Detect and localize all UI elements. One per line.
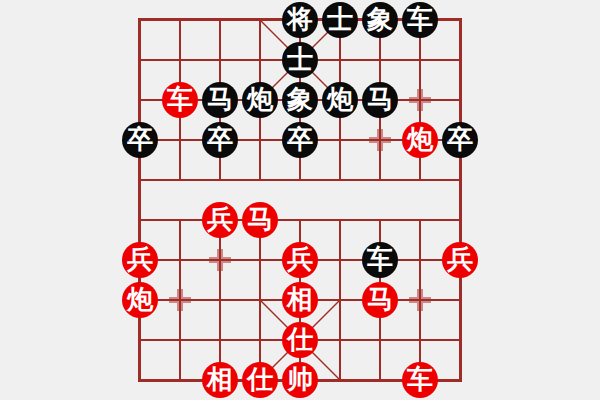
point-marker-corner — [421, 301, 431, 311]
piece-black-pawn[interactable]: 卒 — [282, 122, 318, 158]
point-marker-corner — [421, 89, 431, 99]
piece-red-elephant[interactable]: 相 — [202, 362, 238, 398]
piece-black-advisor[interactable]: 士 — [322, 2, 358, 38]
point-marker-corner — [409, 89, 419, 99]
point-marker-corner — [381, 141, 391, 151]
point-marker-corner — [209, 249, 219, 259]
piece-red-general[interactable]: 帅 — [282, 362, 318, 398]
piece-red-chariot[interactable]: 车 — [162, 82, 198, 118]
piece-red-chariot[interactable]: 车 — [402, 362, 438, 398]
point-marker-corner — [421, 101, 431, 111]
piece-black-chariot[interactable]: 车 — [402, 2, 438, 38]
piece-black-elephant[interactable]: 象 — [362, 2, 398, 38]
point-marker-corner — [409, 301, 419, 311]
point-marker-corner — [221, 249, 231, 259]
piece-red-cannon[interactable]: 炮 — [122, 282, 158, 318]
piece-black-advisor[interactable]: 士 — [282, 42, 318, 78]
point-marker-corner — [169, 289, 179, 299]
piece-black-horse[interactable]: 马 — [202, 82, 238, 118]
piece-red-elephant[interactable]: 相 — [282, 282, 318, 318]
piece-red-pawn[interactable]: 兵 — [442, 242, 478, 278]
point-marker — [206, 246, 234, 274]
piece-black-cannon[interactable]: 炮 — [242, 82, 278, 118]
point-marker-corner — [369, 129, 379, 139]
point-marker — [166, 286, 194, 314]
point-marker-corner — [369, 141, 379, 151]
piece-black-pawn[interactable]: 卒 — [442, 122, 478, 158]
piece-red-pawn[interactable]: 兵 — [122, 242, 158, 278]
point-marker-corner — [381, 129, 391, 139]
point-marker-corner — [221, 261, 231, 271]
piece-black-chariot[interactable]: 车 — [362, 242, 398, 278]
piece-red-advisor[interactable]: 仕 — [242, 362, 278, 398]
point-marker-corner — [181, 301, 191, 311]
point-marker-corner — [421, 289, 431, 299]
piece-black-pawn[interactable]: 卒 — [122, 122, 158, 158]
point-marker-corner — [169, 301, 179, 311]
piece-black-cannon[interactable]: 炮 — [322, 82, 358, 118]
point-marker — [366, 126, 394, 154]
piece-red-horse[interactable]: 马 — [362, 282, 398, 318]
xiangqi-board[interactable]: 将士象车士车马炮象炮马卒卒卒炮卒兵马兵兵车兵炮相马仕相仕帅车 — [140, 20, 460, 380]
piece-red-cannon[interactable]: 炮 — [402, 122, 438, 158]
piece-black-general[interactable]: 将 — [282, 2, 318, 38]
point-marker-corner — [209, 261, 219, 271]
point-marker-corner — [409, 101, 419, 111]
point-marker-corner — [409, 289, 419, 299]
point-marker-corner — [181, 289, 191, 299]
piece-black-pawn[interactable]: 卒 — [202, 122, 238, 158]
piece-red-horse[interactable]: 马 — [242, 202, 278, 238]
piece-black-horse[interactable]: 马 — [362, 82, 398, 118]
piece-red-pawn[interactable]: 兵 — [282, 242, 318, 278]
piece-red-advisor[interactable]: 仕 — [282, 322, 318, 358]
point-marker — [406, 286, 434, 314]
xiangqi-app: 将士象车士车马炮象炮马卒卒卒炮卒兵马兵兵车兵炮相马仕相仕帅车 — [0, 0, 600, 400]
piece-black-elephant[interactable]: 象 — [282, 82, 318, 118]
point-marker — [406, 86, 434, 114]
piece-red-pawn[interactable]: 兵 — [202, 202, 238, 238]
